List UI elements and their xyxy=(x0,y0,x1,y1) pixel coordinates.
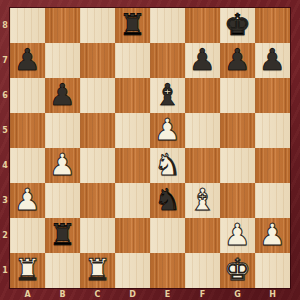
black-bishop-e6[interactable]: ♝ xyxy=(154,80,181,110)
black-knight-e3[interactable]: ♞ xyxy=(154,185,181,215)
square-c6[interactable] xyxy=(80,78,115,113)
square-a7[interactable]: ♟ xyxy=(10,43,45,78)
white-rook-c1[interactable]: ♜ xyxy=(84,255,111,285)
white-bishop-f3[interactable]: ♝ xyxy=(189,185,216,215)
square-e3[interactable]: ♞ xyxy=(150,183,185,218)
rank-label-4: 4 xyxy=(0,161,10,171)
square-f1[interactable] xyxy=(185,253,220,288)
file-label-e: E xyxy=(150,289,185,300)
square-g5[interactable] xyxy=(220,113,255,148)
file-label-f: F xyxy=(185,289,220,300)
square-b2[interactable]: ♜ xyxy=(45,218,80,253)
square-a4[interactable] xyxy=(10,148,45,183)
square-g6[interactable] xyxy=(220,78,255,113)
square-d1[interactable] xyxy=(115,253,150,288)
square-b1[interactable] xyxy=(45,253,80,288)
square-c5[interactable] xyxy=(80,113,115,148)
square-g2[interactable]: ♟ xyxy=(220,218,255,253)
rank-label-8: 8 xyxy=(0,21,10,31)
rank-label-7: 7 xyxy=(0,56,10,66)
square-b5[interactable] xyxy=(45,113,80,148)
square-h8[interactable] xyxy=(255,8,290,43)
rank-label-1: 1 xyxy=(0,266,10,276)
square-c1[interactable]: ♜ xyxy=(80,253,115,288)
black-pawn-a7[interactable]: ♟ xyxy=(14,45,41,75)
file-label-d: D xyxy=(115,289,150,300)
square-a8[interactable] xyxy=(10,8,45,43)
square-d5[interactable] xyxy=(115,113,150,148)
square-a3[interactable]: ♟ xyxy=(10,183,45,218)
square-d3[interactable] xyxy=(115,183,150,218)
square-e8[interactable] xyxy=(150,8,185,43)
square-f5[interactable] xyxy=(185,113,220,148)
file-label-b: B xyxy=(45,289,80,300)
square-g3[interactable] xyxy=(220,183,255,218)
square-e1[interactable] xyxy=(150,253,185,288)
square-d2[interactable] xyxy=(115,218,150,253)
white-pawn-a3[interactable]: ♟ xyxy=(14,185,41,215)
black-rook-b2[interactable]: ♜ xyxy=(49,220,76,250)
square-f3[interactable]: ♝ xyxy=(185,183,220,218)
square-c2[interactable] xyxy=(80,218,115,253)
square-g4[interactable] xyxy=(220,148,255,183)
square-h3[interactable] xyxy=(255,183,290,218)
file-label-c: C xyxy=(80,289,115,300)
square-g1[interactable]: ♚ xyxy=(220,253,255,288)
square-c7[interactable] xyxy=(80,43,115,78)
square-h1[interactable] xyxy=(255,253,290,288)
square-e5[interactable]: ♟ xyxy=(150,113,185,148)
square-g8[interactable]: ♚ xyxy=(220,8,255,43)
white-pawn-h2[interactable]: ♟ xyxy=(259,220,286,250)
square-c8[interactable] xyxy=(80,8,115,43)
square-f7[interactable]: ♟ xyxy=(185,43,220,78)
black-king-g8[interactable]: ♚ xyxy=(224,10,251,40)
square-a5[interactable] xyxy=(10,113,45,148)
file-label-a: A xyxy=(10,289,45,300)
square-h4[interactable] xyxy=(255,148,290,183)
square-d8[interactable]: ♜ xyxy=(115,8,150,43)
file-label-g: G xyxy=(220,289,255,300)
square-h6[interactable] xyxy=(255,78,290,113)
black-rook-d8[interactable]: ♜ xyxy=(119,10,146,40)
square-e2[interactable] xyxy=(150,218,185,253)
square-h2[interactable]: ♟ xyxy=(255,218,290,253)
white-king-g1[interactable]: ♚ xyxy=(224,255,251,285)
black-pawn-f7[interactable]: ♟ xyxy=(189,45,216,75)
square-g7[interactable]: ♟ xyxy=(220,43,255,78)
square-f6[interactable] xyxy=(185,78,220,113)
square-c3[interactable] xyxy=(80,183,115,218)
white-pawn-e5[interactable]: ♟ xyxy=(154,115,181,145)
square-d6[interactable] xyxy=(115,78,150,113)
black-pawn-g7[interactable]: ♟ xyxy=(224,45,251,75)
rank-label-5: 5 xyxy=(0,126,10,136)
square-b4[interactable]: ♟ xyxy=(45,148,80,183)
square-b7[interactable] xyxy=(45,43,80,78)
square-a1[interactable]: ♜ xyxy=(10,253,45,288)
chess-board: ♜♚♟♟♟♟♟♝♟♟♞♟♞♝♜♟♟♜♜♚ xyxy=(10,8,290,288)
square-a6[interactable] xyxy=(10,78,45,113)
white-pawn-b4[interactable]: ♟ xyxy=(49,150,76,180)
square-e7[interactable] xyxy=(150,43,185,78)
white-pawn-g2[interactable]: ♟ xyxy=(224,220,251,250)
black-pawn-h7[interactable]: ♟ xyxy=(259,45,286,75)
black-pawn-b6[interactable]: ♟ xyxy=(49,80,76,110)
square-e6[interactable]: ♝ xyxy=(150,78,185,113)
file-label-h: H xyxy=(255,289,290,300)
square-b8[interactable] xyxy=(45,8,80,43)
square-b3[interactable] xyxy=(45,183,80,218)
square-a2[interactable] xyxy=(10,218,45,253)
rank-label-2: 2 xyxy=(0,231,10,241)
white-knight-e4[interactable]: ♞ xyxy=(154,150,181,180)
chessboard-frame: ♜♚♟♟♟♟♟♝♟♟♞♟♞♝♜♟♟♜♜♚ 87654321ABCDEFGH xyxy=(0,0,300,300)
square-d4[interactable] xyxy=(115,148,150,183)
square-b6[interactable]: ♟ xyxy=(45,78,80,113)
square-h5[interactable] xyxy=(255,113,290,148)
square-d7[interactable] xyxy=(115,43,150,78)
rank-label-6: 6 xyxy=(0,91,10,101)
square-c4[interactable] xyxy=(80,148,115,183)
white-rook-a1[interactable]: ♜ xyxy=(14,255,41,285)
square-f2[interactable] xyxy=(185,218,220,253)
square-h7[interactable]: ♟ xyxy=(255,43,290,78)
square-e4[interactable]: ♞ xyxy=(150,148,185,183)
square-f8[interactable] xyxy=(185,8,220,43)
square-f4[interactable] xyxy=(185,148,220,183)
rank-label-3: 3 xyxy=(0,196,10,206)
